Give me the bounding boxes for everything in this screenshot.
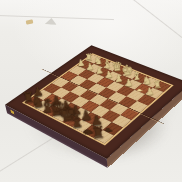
white-pawn[interactable]: ♟ (123, 78, 135, 89)
white-pawn[interactable]: ♟ (144, 86, 156, 97)
brass-latch-icon (10, 110, 14, 115)
board-tilt-wrapper: ♜♞♝♛♚♝♞♜♟♟♟♟♟♟♟♟♟♟♟♟♟♟♟♟♜♞♝♛♚♝♞♜ (25, 21, 170, 166)
square-r5c4[interactable] (80, 90, 98, 101)
product-photo-scene: ♜♞♝♛♚♝♞♜♟♟♟♟♟♟♟♟♟♟♟♟♟♟♟♟♜♞♝♛♚♝♞♜ (0, 0, 182, 182)
background-smudge (45, 17, 58, 26)
chess-board[interactable]: ♜♞♝♛♚♝♞♜♟♟♟♟♟♟♟♟♟♟♟♟♟♟♟♟♜♞♝♛♚♝♞♜ (5, 45, 182, 159)
black-rook[interactable]: ♜ (89, 124, 108, 141)
cloth-crease (0, 15, 114, 20)
background-smudge (26, 19, 34, 24)
black-bishop[interactable]: ♝ (68, 111, 86, 130)
